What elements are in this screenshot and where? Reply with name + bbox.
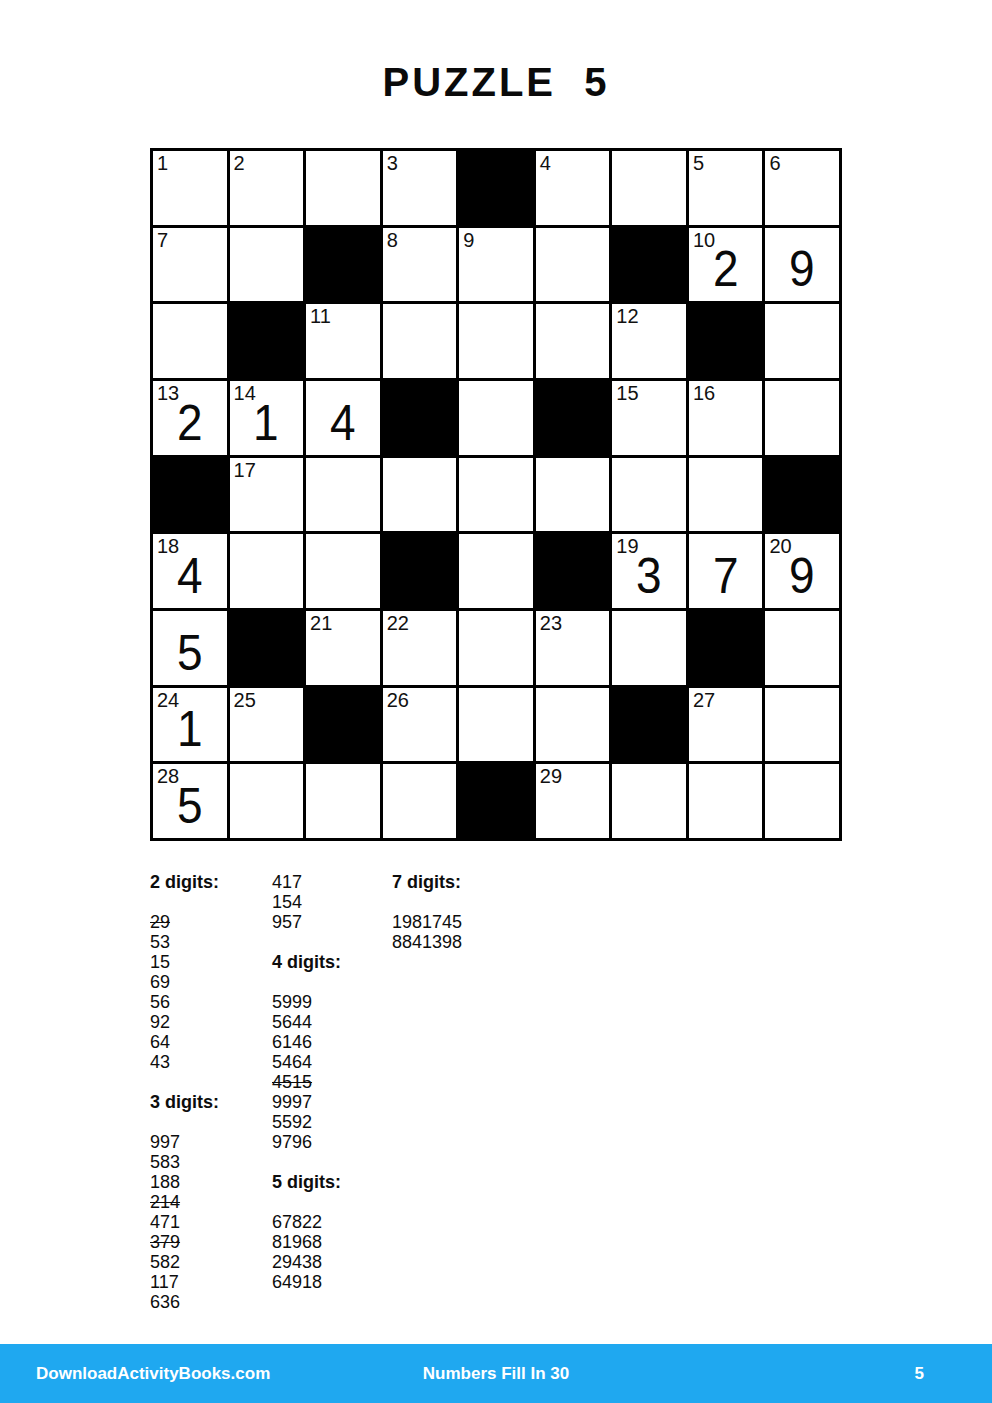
list-entry: 69 [150,972,272,992]
grid-cell[interactable] [383,458,457,532]
list-entry: 92 [150,1012,272,1032]
grid-cell[interactable] [383,764,457,838]
footer-bar: DownloadActivityBooks.com Numbers Fill I… [0,1344,992,1403]
list-spacer [150,1072,272,1092]
black-cell [306,688,380,762]
grid-cell[interactable]: 29 [536,764,610,838]
list-entry: 471 [150,1212,272,1232]
grid-cell[interactable]: 241 [153,688,227,762]
black-cell [689,304,763,378]
grid-cell[interactable] [536,688,610,762]
list-entry: 5644 [272,1012,392,1032]
list-entry: 1981745 [392,912,592,932]
grid-cell[interactable] [306,764,380,838]
cell-value: 9 [789,244,815,294]
grid-cell[interactable] [230,228,304,302]
list-column: 4171549574 digits:5999564461465464451599… [272,872,392,1312]
list-header: 2 digits: [150,872,272,892]
clue-number: 21 [310,613,332,633]
grid-cell[interactable]: 9 [765,228,839,302]
clue-number: 22 [387,613,409,633]
grid-cell[interactable] [689,458,763,532]
page-title: PUZZLE 5 [0,60,992,105]
list-entry: 5592 [272,1112,392,1132]
grid-cell[interactable]: 7 [153,228,227,302]
list-entry: 67822 [272,1212,392,1232]
clue-number: 17 [234,460,256,480]
grid-cell[interactable]: 12 [612,304,686,378]
list-entry: 15 [150,952,272,972]
grid-cell[interactable] [612,611,686,685]
clue-number: 25 [234,690,256,710]
clue-number: 9 [463,230,474,250]
grid-cell[interactable] [765,611,839,685]
black-cell [230,611,304,685]
cell-value: 4 [177,551,203,601]
clue-number: 15 [616,383,638,403]
grid-cell[interactable] [536,228,610,302]
grid-cell[interactable] [459,458,533,532]
grid-cell[interactable]: 209 [765,534,839,608]
black-cell [612,688,686,762]
list-entry: 5999 [272,992,392,1012]
list-entry: 582 [150,1252,272,1272]
list-entry: 154 [272,892,392,912]
black-cell [383,534,457,608]
grid-cell[interactable]: 4 [306,381,380,455]
footer-center-title: Numbers Fill In 30 [0,1364,992,1384]
grid-cell[interactable]: 11 [306,304,380,378]
grid-cell[interactable]: 1 [153,151,227,225]
black-cell [765,458,839,532]
list-spacer [150,892,272,912]
grid-cell[interactable] [230,534,304,608]
grid-cell[interactable]: 15 [612,381,686,455]
grid-cell[interactable] [536,458,610,532]
grid-cell[interactable]: 132 [153,381,227,455]
cell-value: 5 [177,628,203,678]
clue-number: 26 [387,690,409,710]
cell-value: 2 [177,398,203,448]
clue-number: 10 [693,230,715,250]
footer-page-number: 5 [915,1364,924,1384]
clue-number: 27 [693,690,715,710]
list-spacer [150,1112,272,1132]
cell-value: 7 [713,551,739,601]
grid-cell[interactable] [689,764,763,838]
grid-cell[interactable]: 141 [230,381,304,455]
list-spacer [272,972,392,992]
grid-cell[interactable] [612,764,686,838]
clue-number: 7 [157,230,168,250]
grid-cell[interactable] [459,381,533,455]
list-column: 2 digits:29531569569264433 digits:997583… [150,872,272,1312]
clue-number: 29 [540,766,562,786]
grid-cell[interactable]: 25 [230,688,304,762]
list-entry: 53 [150,932,272,952]
grid-cell[interactable] [765,381,839,455]
black-cell [459,764,533,838]
list-entry: 417 [272,872,392,892]
black-cell [383,381,457,455]
cell-value: 1 [177,704,203,754]
black-cell [306,228,380,302]
list-entry: 43 [150,1052,272,1072]
grid-cell[interactable]: 7 [689,534,763,608]
list-entry: 64918 [272,1272,392,1292]
clue-number: 8 [387,230,398,250]
list-spacer [272,1192,392,1212]
clue-number: 18 [157,536,179,556]
grid-cell[interactable] [230,764,304,838]
grid-cell[interactable]: 8 [383,228,457,302]
clue-number: 3 [387,153,398,173]
grid-cell[interactable]: 102 [689,228,763,302]
grid-cell[interactable]: 9 [459,228,533,302]
grid-cell[interactable] [612,151,686,225]
cell-value: 2 [713,244,739,294]
list-header: 5 digits: [272,1172,392,1192]
grid-cell[interactable]: 2 [230,151,304,225]
grid-cell[interactable]: 26 [383,688,457,762]
grid-cell[interactable]: 23 [536,611,610,685]
clue-number: 23 [540,613,562,633]
list-entry: 4515 [272,1072,392,1092]
clue-number: 13 [157,383,179,403]
cell-value: 9 [789,551,815,601]
grid-cell[interactable] [306,534,380,608]
list-spacer [272,1152,392,1172]
cell-value: 4 [330,398,356,448]
list-entry: 117 [150,1272,272,1292]
grid-cell[interactable]: 5 [153,611,227,685]
grid-cell[interactable]: 5 [689,151,763,225]
grid-cell[interactable] [153,304,227,378]
grid-cell[interactable] [765,304,839,378]
grid-cell[interactable] [765,764,839,838]
grid-cell[interactable]: 4 [536,151,610,225]
black-cell [689,611,763,685]
grid-cell[interactable] [459,688,533,762]
list-column: 7 digits:19817458841398 [392,872,592,1312]
grid-cell[interactable]: 3 [383,151,457,225]
list-entry: 29 [150,912,272,932]
black-cell [612,228,686,302]
list-entry: 81968 [272,1232,392,1252]
clue-number: 6 [769,153,780,173]
list-header: 3 digits: [150,1092,272,1112]
list-entry: 997 [150,1132,272,1152]
clue-number: 2 [234,153,245,173]
list-spacer [392,892,592,912]
grid-cell[interactable]: 193 [612,534,686,608]
clue-number: 1 [157,153,168,173]
list-entry: 9796 [272,1132,392,1152]
black-cell [536,381,610,455]
grid-cell[interactable]: 285 [153,764,227,838]
clue-number: 16 [693,383,715,403]
grid-cell[interactable] [459,611,533,685]
grid-cell[interactable] [306,458,380,532]
list-entry: 8841398 [392,932,592,952]
cell-value: 1 [254,398,280,448]
puzzle-grid: 1234567891029111213214141516171841937209… [150,148,842,841]
cell-value: 3 [636,551,662,601]
list-header: 4 digits: [272,952,392,972]
list-entry: 957 [272,912,392,932]
list-entry: 583 [150,1152,272,1172]
list-entry: 188 [150,1172,272,1192]
clue-lists: 2 digits:29531569569264433 digits:997583… [150,872,592,1312]
list-entry: 379 [150,1232,272,1252]
grid-cell[interactable]: 6 [765,151,839,225]
clue-number: 24 [157,690,179,710]
grid-cell[interactable] [765,688,839,762]
grid-cell[interactable] [383,304,457,378]
grid-cell[interactable] [306,151,380,225]
list-entry: 64 [150,1032,272,1052]
list-entry: 5464 [272,1052,392,1072]
grid-cell[interactable] [459,534,533,608]
list-entry: 636 [150,1292,272,1312]
clue-number: 4 [540,153,551,173]
grid-cell[interactable]: 16 [689,381,763,455]
clue-number: 11 [310,306,331,326]
list-entry: 56 [150,992,272,1012]
clue-number: 12 [616,306,638,326]
list-entry: 29438 [272,1252,392,1272]
grid-cell[interactable]: 21 [306,611,380,685]
grid-cell[interactable] [459,304,533,378]
grid-cell[interactable]: 22 [383,611,457,685]
list-header: 7 digits: [392,872,592,892]
grid-cell[interactable]: 17 [230,458,304,532]
black-cell [459,151,533,225]
clue-number: 28 [157,766,179,786]
grid-cell[interactable] [612,458,686,532]
black-cell [230,304,304,378]
black-cell [153,458,227,532]
clue-number: 5 [693,153,704,173]
cell-value: 5 [177,781,203,831]
black-cell [536,534,610,608]
list-entry: 9997 [272,1092,392,1112]
list-entry: 6146 [272,1032,392,1052]
grid-cell[interactable]: 27 [689,688,763,762]
list-spacer [272,932,392,952]
grid-cell[interactable] [536,304,610,378]
grid-cell[interactable]: 184 [153,534,227,608]
list-entry: 214 [150,1192,272,1212]
